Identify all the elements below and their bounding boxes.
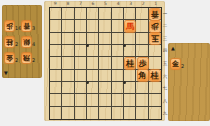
gote-hand-piece-銀[interactable]: 銀	[22, 37, 31, 47]
shogi-app: 歩16香3桂2銀4金2飛2 ▲ 987654321 一二三四五六七八九 香歩玉馬…	[0, 0, 210, 126]
board-cell-5-3[interactable]	[99, 33, 111, 45]
sente-indicator-icon: ▲	[171, 46, 175, 51]
board-piece-1三[interactable]: 玉	[150, 33, 160, 44]
gote-hand-item: 歩16	[5, 20, 22, 31]
board-cell-1-8[interactable]	[149, 94, 161, 106]
board-cell-9-2[interactable]	[50, 20, 62, 32]
board-cell-6-2[interactable]	[87, 20, 99, 32]
board-piece-3二[interactable]: 馬	[125, 21, 135, 32]
board-piece-1二[interactable]: 歩	[150, 21, 160, 32]
board-piece-2五[interactable]: 歩	[138, 58, 148, 69]
board-cell-7-4[interactable]	[75, 45, 87, 57]
board-cell-6-6[interactable]	[87, 70, 99, 82]
gote-piece-stand: 歩16香3桂2銀4金2飛2 ▲	[2, 5, 42, 78]
board-cell-2-2[interactable]	[136, 20, 148, 32]
board-cell-2-8[interactable]	[136, 94, 148, 106]
board-cell-8-7[interactable]	[62, 82, 74, 94]
board-cell-3-7[interactable]	[124, 82, 136, 94]
gote-indicator-icon: ▲	[4, 71, 8, 76]
gote-hand-piece-count: 2	[32, 58, 35, 63]
sente-hand-item: 金2	[171, 58, 188, 69]
board-cell-7-2[interactable]	[75, 20, 87, 32]
board-cell-1-4[interactable]	[149, 45, 161, 57]
gote-hand-piece-count: 2	[15, 58, 18, 63]
sente-piece-stand: ▲ 金2	[168, 43, 210, 121]
board-cell-3-8[interactable]	[124, 94, 136, 106]
board-cell-2-1[interactable]	[136, 8, 148, 20]
board-cell-9-7[interactable]	[50, 82, 62, 94]
board-cell-4-2[interactable]	[112, 20, 124, 32]
board-cell-3-1[interactable]	[124, 8, 136, 20]
board-cell-9-8[interactable]	[50, 94, 62, 106]
board-cell-3-6[interactable]	[124, 70, 136, 82]
board-cell-8-4[interactable]	[62, 45, 74, 57]
board-cell-2-9[interactable]	[136, 107, 148, 119]
board-cell-4-3[interactable]	[112, 33, 124, 45]
board-piece-2六[interactable]: 角	[138, 70, 148, 81]
board-cell-4-7[interactable]	[112, 82, 124, 94]
board-cell-8-5[interactable]	[62, 57, 74, 69]
board-cell-5-6[interactable]	[99, 70, 111, 82]
board-cell-6-3[interactable]	[87, 33, 99, 45]
board-cell-6-8[interactable]	[87, 94, 99, 106]
board-cell-9-5[interactable]	[50, 57, 62, 69]
board-cell-4-5[interactable]	[112, 57, 124, 69]
board-cell-2-7[interactable]	[136, 82, 148, 94]
board-cell-4-6[interactable]	[112, 70, 124, 82]
board-cell-9-9[interactable]	[50, 107, 62, 119]
gote-hand: 歩16香3桂2銀4金2飛2	[2, 5, 42, 63]
gote-hand-item: 飛2	[22, 52, 39, 63]
board-cell-4-8[interactable]	[112, 94, 124, 106]
board-cell-5-4[interactable]	[99, 45, 111, 57]
gote-hand-piece-count: 16	[15, 26, 21, 31]
board-cell-8-2[interactable]	[62, 20, 74, 32]
gote-hand-piece-香[interactable]: 香	[22, 21, 31, 31]
board-cell-7-7[interactable]	[75, 82, 87, 94]
board-cell-9-6[interactable]	[50, 70, 62, 82]
board-cell-1-9[interactable]	[149, 107, 161, 119]
gote-hand-item: 桂2	[5, 36, 22, 47]
board-cell-8-9[interactable]	[62, 107, 74, 119]
board-cell-5-5[interactable]	[99, 57, 111, 69]
board-cell-5-8[interactable]	[99, 94, 111, 106]
board-cell-2-4[interactable]	[136, 45, 148, 57]
board-cell-2-3[interactable]	[136, 33, 148, 45]
gote-hand-piece-飛[interactable]: 飛	[22, 53, 31, 63]
board-cell-5-9[interactable]	[99, 107, 111, 119]
board-cell-4-9[interactable]	[112, 107, 124, 119]
board-piece-1六[interactable]: 桂	[150, 70, 160, 81]
board-cell-8-6[interactable]	[62, 70, 74, 82]
board-piece-3五[interactable]: 桂	[125, 58, 135, 69]
board-cell-3-3[interactable]	[124, 33, 136, 45]
board-cell-6-5[interactable]	[87, 57, 99, 69]
board-piece-1一[interactable]: 香	[150, 9, 160, 20]
board-cell-9-1[interactable]	[50, 8, 62, 20]
board-cell-1-5[interactable]	[149, 57, 161, 69]
board-cell-5-1[interactable]	[99, 8, 111, 20]
gote-hand-item: 金2	[5, 52, 22, 63]
gote-hand-piece-count: 4	[32, 42, 35, 47]
board-cell-7-1[interactable]	[75, 8, 87, 20]
gote-hand-piece-桂[interactable]: 桂	[5, 37, 14, 47]
board-cell-9-3[interactable]	[50, 33, 62, 45]
board-cell-8-3[interactable]	[62, 33, 74, 45]
board-cell-7-6[interactable]	[75, 70, 87, 82]
rank-label: 二	[162, 20, 168, 33]
board-cell-4-1[interactable]	[112, 8, 124, 20]
board-cell-6-9[interactable]	[87, 107, 99, 119]
gote-hand-piece-歩[interactable]: 歩	[5, 21, 14, 31]
gote-hand-piece-count: 2	[15, 42, 18, 47]
shogi-board: 987654321 一二三四五六七八九 香歩玉馬桂歩角桂	[44, 1, 165, 121]
sente-hand-piece-金[interactable]: 金	[171, 59, 180, 69]
sente-hand-piece-count: 2	[181, 64, 184, 69]
board-cell-4-4[interactable]	[112, 45, 124, 57]
board-cell-8-8[interactable]	[62, 94, 74, 106]
board-cell-7-3[interactable]	[75, 33, 87, 45]
board-cell-8-1[interactable]	[62, 8, 74, 20]
board-cell-7-5[interactable]	[75, 57, 87, 69]
gote-hand-item: 銀4	[22, 36, 39, 47]
board-cell-3-4[interactable]	[124, 45, 136, 57]
board-cell-7-9[interactable]	[75, 107, 87, 119]
board-cell-6-4[interactable]	[87, 45, 99, 57]
board-cell-7-8[interactable]	[75, 94, 87, 106]
rank-label: 一	[162, 7, 168, 20]
board-cell-6-7[interactable]	[87, 82, 99, 94]
board-cell-5-2[interactable]	[99, 20, 111, 32]
board-cell-6-1[interactable]	[87, 8, 99, 20]
board-cell-5-7[interactable]	[99, 82, 111, 94]
board-cell-9-4[interactable]	[50, 45, 62, 57]
board-cell-3-9[interactable]	[124, 107, 136, 119]
gote-hand-item: 香3	[22, 20, 39, 31]
board-cell-1-7[interactable]	[149, 82, 161, 94]
gote-hand-piece-金[interactable]: 金	[5, 53, 14, 63]
gote-hand-piece-count: 3	[32, 26, 35, 31]
